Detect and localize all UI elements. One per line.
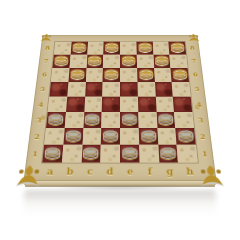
square-d1[interactable] [101,145,120,163]
square-f5[interactable] [137,82,155,97]
square-c3[interactable]: ⛂ [83,112,102,128]
square-g3[interactable]: ⛂ [156,112,175,128]
file-labels-bottom: abcdefgh [39,163,200,179]
silver-piece-d2[interactable]: ⛂ [102,125,119,145]
file-label-f: f [140,163,161,179]
silver-piece-f2[interactable]: ⛂ [140,125,157,145]
file-label-h: h [179,163,201,179]
square-d2[interactable]: ⛂ [101,128,120,145]
board-reflection [24,190,216,220]
square-e6[interactable] [120,68,137,82]
silver-piece-e1[interactable]: ⛂ [121,142,138,163]
silver-piece-h2[interactable]: ⛂ [177,125,195,145]
square-c7[interactable]: ⛂ [86,55,103,68]
square-h4[interactable] [173,97,192,112]
square-g5[interactable] [155,82,173,97]
square-b1[interactable] [62,145,82,163]
silver-piece-e3[interactable]: ⛂ [121,109,138,128]
square-e1[interactable]: ⛂ [120,145,139,163]
square-f8[interactable]: ⛂ [136,42,153,55]
board-grid: ⛂⛂⛂⛂⛂⛂⛂⛂⛂⛂⛂⛂⛂⛂⛂⛂⛂⛂⛂⛂⛂⛂⛂⛂ [41,41,199,163]
silver-piece-a1[interactable]: ⛂ [43,142,61,163]
rank-label-right-4: 4 [192,97,207,113]
gold-piece-b8[interactable]: ⛂ [71,38,86,55]
square-g7[interactable]: ⛂ [153,55,171,68]
square-d8[interactable]: ⛂ [103,42,120,55]
rank-label-right-8: 8 [186,41,200,54]
square-e5[interactable] [120,82,138,97]
square-g1[interactable]: ⛂ [158,145,178,163]
file-label-c: c [80,163,101,179]
gold-piece-b6[interactable]: ⛂ [69,64,85,82]
square-d6[interactable]: ⛂ [103,68,120,82]
square-a6[interactable] [51,68,69,82]
gold-piece-a7[interactable]: ⛂ [53,51,69,68]
silver-piece-g1[interactable]: ⛂ [159,142,177,163]
square-f1[interactable] [139,145,159,163]
silver-piece-g3[interactable]: ⛂ [158,109,175,128]
square-c5[interactable] [85,82,103,97]
square-f4[interactable] [138,97,156,112]
square-h6[interactable]: ⛂ [171,68,189,82]
checkers-board: 12345678 12345678 abcdefgh ⛂⛂⛂⛂⛂⛂⛂⛂⛂⛂⛂⛂⛂… [23,35,216,181]
gold-piece-g7[interactable]: ⛂ [154,51,169,68]
square-h2[interactable]: ⛂ [175,128,195,145]
square-d4[interactable] [102,97,120,112]
square-a1[interactable]: ⛂ [42,145,63,163]
rank-label-right-5: 5 [190,82,205,97]
rank-label-right-2: 2 [195,128,211,145]
square-h1[interactable] [177,145,198,163]
square-f6[interactable]: ⛂ [137,68,155,82]
square-f2[interactable]: ⛂ [138,128,157,145]
square-b5[interactable] [67,82,85,97]
square-b4[interactable] [66,97,85,112]
file-label-g: g [159,163,180,179]
square-a3[interactable]: ⛂ [46,112,66,128]
rank-label-right-7: 7 [187,54,201,68]
square-h8[interactable]: ⛂ [169,42,187,55]
square-a5[interactable] [49,82,68,97]
silver-piece-c3[interactable]: ⛂ [84,109,101,128]
square-c6[interactable] [85,68,103,82]
board-perspective-wrap: 12345678 12345678 abcdefgh ⛂⛂⛂⛂⛂⛂⛂⛂⛂⛂⛂⛂⛂… [34,14,206,186]
product-photo-scene: 12345678 12345678 abcdefgh ⛂⛂⛂⛂⛂⛂⛂⛂⛂⛂⛂⛂⛂… [0,0,240,240]
square-b8[interactable]: ⛂ [70,42,87,55]
rank-label-right-3: 3 [193,112,208,128]
file-label-e: e [120,163,140,179]
square-d5[interactable] [102,82,120,97]
file-label-b: b [59,163,80,179]
silver-piece-c1[interactable]: ⛂ [82,142,100,163]
silver-piece-b2[interactable]: ⛂ [64,125,81,145]
silver-piece-a3[interactable]: ⛂ [47,109,64,128]
square-g6[interactable] [154,68,172,82]
rank-label-right-1: 1 [197,145,213,163]
gold-piece-e7[interactable]: ⛂ [121,51,136,68]
file-label-a: a [39,163,61,179]
gold-piece-f8[interactable]: ⛂ [137,38,152,55]
square-e7[interactable]: ⛂ [120,55,137,68]
square-b6[interactable]: ⛂ [68,68,86,82]
square-b2[interactable]: ⛂ [63,128,83,145]
gold-piece-d8[interactable]: ⛂ [104,38,119,55]
gold-piece-d6[interactable]: ⛂ [104,64,119,82]
square-c1[interactable]: ⛂ [81,145,101,163]
square-e3[interactable]: ⛂ [120,112,138,128]
file-label-d: d [100,163,120,179]
gold-piece-h6[interactable]: ⛂ [172,64,188,82]
board-frame: 12345678 12345678 abcdefgh ⛂⛂⛂⛂⛂⛂⛂⛂⛂⛂⛂⛂⛂… [23,35,216,181]
square-h5[interactable] [172,82,191,97]
square-a7[interactable]: ⛂ [52,55,70,68]
gold-piece-h8[interactable]: ⛂ [170,38,185,55]
gold-piece-f6[interactable]: ⛂ [138,64,154,82]
gold-piece-c7[interactable]: ⛂ [87,51,102,68]
rank-label-right-6: 6 [188,68,202,82]
